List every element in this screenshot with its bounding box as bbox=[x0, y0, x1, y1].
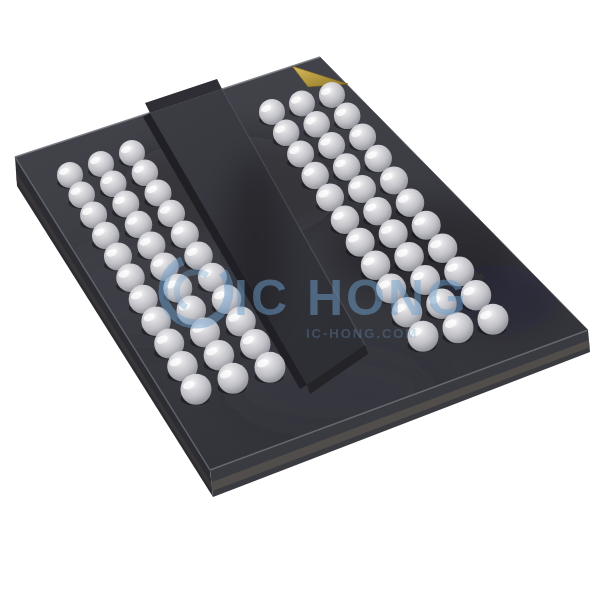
solder-ball bbox=[218, 363, 249, 395]
solder-ball bbox=[255, 352, 286, 384]
bga-package-photo: IC HONG IC-HONG.COM bbox=[0, 0, 600, 600]
solder-ball bbox=[181, 374, 212, 406]
product-photo-canvas: IC HONG IC-HONG.COM bbox=[0, 0, 600, 600]
watermark-subtext: IC-HONG.COM bbox=[306, 326, 418, 341]
watermark-text: IC HONG bbox=[234, 270, 469, 326]
solder-ball bbox=[478, 304, 509, 336]
